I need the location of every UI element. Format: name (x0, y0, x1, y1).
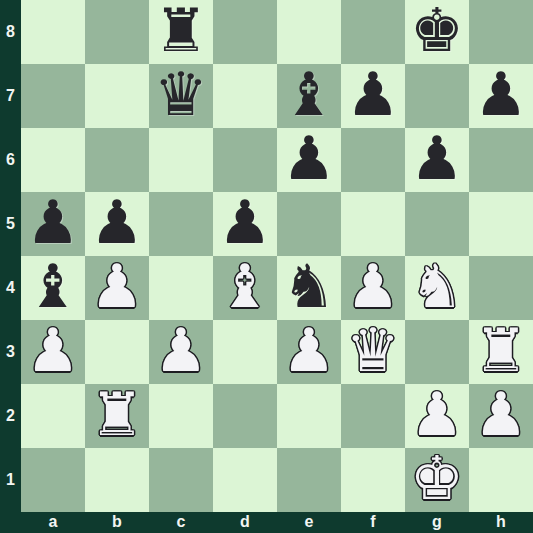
square-h3[interactable]: ♜ (469, 320, 533, 384)
square-f6[interactable] (341, 128, 405, 192)
black-knight[interactable]: ♞ (282, 256, 336, 316)
chess-diagram: 87654321 ♜♚♛♝♟♟♟♟♟♟♟♝♟♝♞♟♞♟♟♟♛♜♜♟♟♚ abcd… (0, 0, 533, 533)
square-e6[interactable]: ♟ (277, 128, 341, 192)
square-f7[interactable]: ♟ (341, 64, 405, 128)
file-label-a: a (21, 512, 85, 533)
square-f3[interactable]: ♛ (341, 320, 405, 384)
square-b1[interactable] (85, 448, 149, 512)
square-c6[interactable] (149, 128, 213, 192)
rank-label-2: 2 (0, 384, 21, 448)
black-pawn[interactable]: ♟ (282, 128, 336, 188)
black-bishop[interactable]: ♝ (282, 64, 336, 124)
black-pawn[interactable]: ♟ (474, 64, 528, 124)
square-e4[interactable]: ♞ (277, 256, 341, 320)
white-pawn[interactable]: ♟ (90, 256, 144, 316)
black-pawn[interactable]: ♟ (90, 192, 144, 252)
square-a8[interactable] (21, 0, 85, 64)
white-pawn[interactable]: ♟ (474, 384, 528, 444)
square-h8[interactable] (469, 0, 533, 64)
square-a3[interactable]: ♟ (21, 320, 85, 384)
square-e2[interactable] (277, 384, 341, 448)
white-knight[interactable]: ♞ (410, 256, 464, 316)
square-h1[interactable] (469, 448, 533, 512)
file-label-f: f (341, 512, 405, 533)
rank-label-7: 7 (0, 64, 21, 128)
square-g3[interactable] (405, 320, 469, 384)
square-b3[interactable] (85, 320, 149, 384)
black-pawn[interactable]: ♟ (218, 192, 272, 252)
square-h6[interactable] (469, 128, 533, 192)
white-pawn[interactable]: ♟ (346, 256, 400, 316)
square-f8[interactable] (341, 0, 405, 64)
square-f4[interactable]: ♟ (341, 256, 405, 320)
rank-labels: 87654321 (0, 0, 21, 512)
black-pawn[interactable]: ♟ (410, 128, 464, 188)
square-e8[interactable] (277, 0, 341, 64)
square-d5[interactable]: ♟ (213, 192, 277, 256)
square-h2[interactable]: ♟ (469, 384, 533, 448)
file-label-d: d (213, 512, 277, 533)
square-d7[interactable] (213, 64, 277, 128)
file-labels: abcdefgh (21, 512, 533, 533)
square-g4[interactable]: ♞ (405, 256, 469, 320)
square-f5[interactable] (341, 192, 405, 256)
square-h4[interactable] (469, 256, 533, 320)
rank-label-4: 4 (0, 256, 21, 320)
square-d1[interactable] (213, 448, 277, 512)
square-d3[interactable] (213, 320, 277, 384)
file-label-e: e (277, 512, 341, 533)
board-grid: ♜♚♛♝♟♟♟♟♟♟♟♝♟♝♞♟♞♟♟♟♛♜♜♟♟♚ (21, 0, 533, 512)
square-b4[interactable]: ♟ (85, 256, 149, 320)
square-f2[interactable] (341, 384, 405, 448)
square-a6[interactable] (21, 128, 85, 192)
square-a5[interactable]: ♟ (21, 192, 85, 256)
rank-label-3: 3 (0, 320, 21, 384)
square-e3[interactable]: ♟ (277, 320, 341, 384)
square-e5[interactable] (277, 192, 341, 256)
white-pawn[interactable]: ♟ (154, 320, 208, 380)
rank-label-6: 6 (0, 128, 21, 192)
square-g5[interactable] (405, 192, 469, 256)
square-d2[interactable] (213, 384, 277, 448)
square-g7[interactable] (405, 64, 469, 128)
square-g6[interactable]: ♟ (405, 128, 469, 192)
white-bishop[interactable]: ♝ (218, 256, 272, 316)
black-pawn[interactable]: ♟ (346, 64, 400, 124)
square-c8[interactable]: ♜ (149, 0, 213, 64)
black-rook[interactable]: ♜ (154, 0, 208, 60)
square-h5[interactable] (469, 192, 533, 256)
square-e7[interactable]: ♝ (277, 64, 341, 128)
square-c2[interactable] (149, 384, 213, 448)
black-king[interactable]: ♚ (410, 0, 464, 60)
white-king[interactable]: ♚ (410, 448, 464, 508)
black-pawn[interactable]: ♟ (26, 192, 80, 252)
square-b7[interactable] (85, 64, 149, 128)
square-e1[interactable] (277, 448, 341, 512)
square-b5[interactable]: ♟ (85, 192, 149, 256)
square-c3[interactable]: ♟ (149, 320, 213, 384)
square-d8[interactable] (213, 0, 277, 64)
square-d4[interactable]: ♝ (213, 256, 277, 320)
white-pawn[interactable]: ♟ (410, 384, 464, 444)
square-g8[interactable]: ♚ (405, 0, 469, 64)
file-label-g: g (405, 512, 469, 533)
square-c4[interactable] (149, 256, 213, 320)
square-a1[interactable] (21, 448, 85, 512)
square-g1[interactable]: ♚ (405, 448, 469, 512)
square-c5[interactable] (149, 192, 213, 256)
square-c7[interactable]: ♛ (149, 64, 213, 128)
white-queen[interactable]: ♛ (346, 320, 400, 380)
white-pawn[interactable]: ♟ (26, 320, 80, 380)
square-b6[interactable] (85, 128, 149, 192)
square-g2[interactable]: ♟ (405, 384, 469, 448)
square-d6[interactable] (213, 128, 277, 192)
square-a7[interactable] (21, 64, 85, 128)
file-label-c: c (149, 512, 213, 533)
file-label-b: b (85, 512, 149, 533)
white-rook[interactable]: ♜ (90, 384, 144, 444)
square-f1[interactable] (341, 448, 405, 512)
square-a2[interactable] (21, 384, 85, 448)
rank-label-5: 5 (0, 192, 21, 256)
black-bishop[interactable]: ♝ (26, 256, 80, 316)
square-h7[interactable]: ♟ (469, 64, 533, 128)
white-rook[interactable]: ♜ (474, 320, 528, 380)
white-pawn[interactable]: ♟ (282, 320, 336, 380)
file-label-h: h (469, 512, 533, 533)
square-c1[interactable] (149, 448, 213, 512)
black-queen[interactable]: ♛ (154, 64, 208, 124)
rank-label-8: 8 (0, 0, 21, 64)
square-a4[interactable]: ♝ (21, 256, 85, 320)
square-b8[interactable] (85, 0, 149, 64)
square-b2[interactable]: ♜ (85, 384, 149, 448)
rank-label-1: 1 (0, 448, 21, 512)
